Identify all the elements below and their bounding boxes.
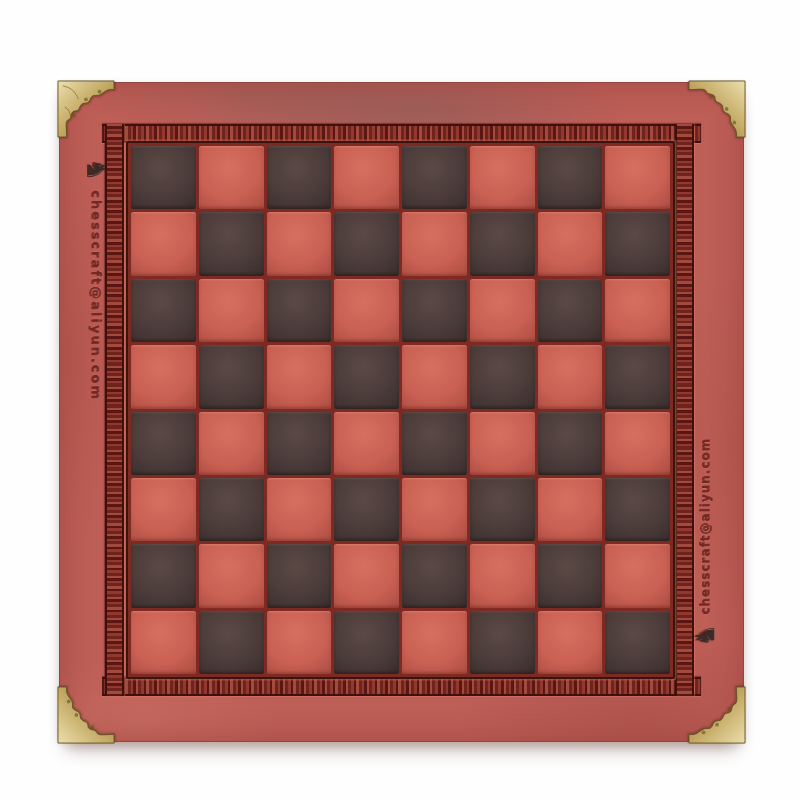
square-b6[interactable] <box>199 279 264 342</box>
square-g3[interactable] <box>538 478 603 541</box>
square-g8[interactable] <box>538 146 603 209</box>
square-c3[interactable] <box>267 478 332 541</box>
square-a2[interactable] <box>131 544 196 607</box>
square-g1[interactable] <box>538 611 603 674</box>
brand-right: chesscraft@aliyun.com ♞ <box>687 438 723 648</box>
square-f3[interactable] <box>470 478 535 541</box>
square-b7[interactable] <box>199 212 264 275</box>
board-grid <box>131 146 670 674</box>
square-e7[interactable] <box>402 212 467 275</box>
square-a1[interactable] <box>131 611 196 674</box>
square-a3[interactable] <box>131 478 196 541</box>
square-e6[interactable] <box>402 279 467 342</box>
square-d6[interactable] <box>334 279 399 342</box>
square-a4[interactable] <box>131 412 196 475</box>
square-d1[interactable] <box>334 611 399 674</box>
square-c4[interactable] <box>267 412 332 475</box>
square-a7[interactable] <box>131 212 196 275</box>
square-h5[interactable] <box>605 345 670 408</box>
corner-protector-top-left <box>57 80 115 138</box>
square-g5[interactable] <box>538 345 603 408</box>
border-ornament-bottom <box>102 677 701 696</box>
filigree-icon <box>688 686 746 744</box>
square-f5[interactable] <box>470 345 535 408</box>
square-d4[interactable] <box>334 412 399 475</box>
square-f6[interactable] <box>470 279 535 342</box>
square-f7[interactable] <box>470 212 535 275</box>
knight-icon: ♞ <box>692 623 718 646</box>
knight-icon: ♞ <box>83 158 109 181</box>
square-h3[interactable] <box>605 478 670 541</box>
square-d8[interactable] <box>334 146 399 209</box>
square-g4[interactable] <box>538 412 603 475</box>
square-d5[interactable] <box>334 345 399 408</box>
square-b2[interactable] <box>199 544 264 607</box>
corner-protector-bottom-right <box>688 686 746 744</box>
square-g7[interactable] <box>538 212 603 275</box>
square-c8[interactable] <box>267 146 332 209</box>
square-d2[interactable] <box>334 544 399 607</box>
square-e8[interactable] <box>402 146 467 209</box>
square-b5[interactable] <box>199 345 264 408</box>
square-a6[interactable] <box>131 279 196 342</box>
brand-email-left: chesscraft@aliyun.com <box>89 190 104 401</box>
square-e5[interactable] <box>402 345 467 408</box>
square-c5[interactable] <box>267 345 332 408</box>
product-photo: { "game": "chess", "pieces": "none (empt… <box>0 0 800 800</box>
square-c2[interactable] <box>267 544 332 607</box>
brand-email-right: chesscraft@aliyun.com <box>698 438 712 615</box>
corner-protector-bottom-left <box>57 686 115 744</box>
square-e2[interactable] <box>402 544 467 607</box>
square-e4[interactable] <box>402 412 467 475</box>
chessboard: ♞ chesscraft@aliyun.com chesscraft@aliyu… <box>59 82 744 742</box>
filigree-icon <box>57 80 115 138</box>
filigree-icon <box>688 80 746 138</box>
square-e3[interactable] <box>402 478 467 541</box>
square-a5[interactable] <box>131 345 196 408</box>
square-f2[interactable] <box>470 544 535 607</box>
square-h1[interactable] <box>605 611 670 674</box>
square-c7[interactable] <box>267 212 332 275</box>
square-e1[interactable] <box>402 611 467 674</box>
square-h6[interactable] <box>605 279 670 342</box>
square-g6[interactable] <box>538 279 603 342</box>
brand-left: ♞ chesscraft@aliyun.com <box>78 157 114 401</box>
square-g2[interactable] <box>538 544 603 607</box>
square-c6[interactable] <box>267 279 332 342</box>
square-c1[interactable] <box>267 611 332 674</box>
square-b3[interactable] <box>199 478 264 541</box>
square-d7[interactable] <box>334 212 399 275</box>
square-f1[interactable] <box>470 611 535 674</box>
square-d3[interactable] <box>334 478 399 541</box>
square-f8[interactable] <box>470 146 535 209</box>
square-h2[interactable] <box>605 544 670 607</box>
filigree-icon <box>57 686 115 744</box>
square-h8[interactable] <box>605 146 670 209</box>
square-h7[interactable] <box>605 212 670 275</box>
board-frame <box>126 141 675 679</box>
square-b1[interactable] <box>199 611 264 674</box>
square-b8[interactable] <box>199 146 264 209</box>
square-f4[interactable] <box>470 412 535 475</box>
square-a8[interactable] <box>131 146 196 209</box>
square-b4[interactable] <box>199 412 264 475</box>
corner-protector-top-right <box>688 80 746 138</box>
square-h4[interactable] <box>605 412 670 475</box>
